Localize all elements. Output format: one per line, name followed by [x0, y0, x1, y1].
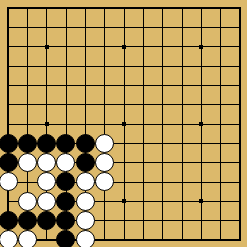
intersection[interactable]: ○: [18, 192, 37, 211]
intersection[interactable]: [153, 211, 172, 230]
intersection[interactable]: [153, 37, 172, 56]
intersection[interactable]: [18, 172, 37, 191]
intersection[interactable]: ●: [56, 192, 75, 211]
intersection[interactable]: [114, 76, 133, 95]
intersection[interactable]: [230, 76, 247, 95]
intersection[interactable]: [76, 0, 95, 18]
intersection[interactable]: [134, 192, 153, 211]
intersection[interactable]: [76, 95, 95, 114]
intersection[interactable]: [37, 56, 56, 75]
intersection[interactable]: [18, 56, 37, 75]
intersection[interactable]: ●: [76, 134, 95, 153]
intersection[interactable]: [56, 18, 75, 37]
intersection[interactable]: ●: [56, 211, 75, 230]
intersection[interactable]: [192, 153, 211, 172]
intersection[interactable]: [56, 76, 75, 95]
intersection[interactable]: [211, 56, 230, 75]
intersection[interactable]: [211, 230, 230, 247]
intersection[interactable]: [37, 0, 56, 18]
intersection[interactable]: [172, 18, 191, 37]
intersection[interactable]: [153, 134, 172, 153]
intersection[interactable]: [211, 172, 230, 191]
intersection[interactable]: [134, 0, 153, 18]
intersection[interactable]: [230, 0, 247, 18]
intersection[interactable]: [134, 230, 153, 247]
white-stone: ○: [37, 153, 56, 172]
intersection[interactable]: [153, 172, 172, 191]
intersection[interactable]: [172, 56, 191, 75]
intersection[interactable]: [211, 0, 230, 18]
black-stone: ●: [56, 211, 75, 230]
white-stone: ○: [76, 211, 95, 230]
intersection[interactable]: [192, 192, 211, 211]
intersection[interactable]: [172, 0, 191, 18]
intersection[interactable]: [114, 192, 133, 211]
intersection[interactable]: [56, 95, 75, 114]
intersection[interactable]: ○: [37, 192, 56, 211]
intersection[interactable]: [37, 114, 56, 133]
intersection[interactable]: [134, 153, 153, 172]
intersection[interactable]: [114, 172, 133, 191]
intersection[interactable]: [230, 56, 247, 75]
intersection[interactable]: [95, 95, 114, 114]
intersection[interactable]: [56, 37, 75, 56]
white-stone: ○: [76, 192, 95, 211]
intersection[interactable]: [153, 0, 172, 18]
intersection[interactable]: [18, 18, 37, 37]
intersection[interactable]: [134, 37, 153, 56]
intersection[interactable]: [95, 114, 114, 133]
intersection[interactable]: [37, 18, 56, 37]
intersection[interactable]: [172, 95, 191, 114]
intersection[interactable]: [172, 211, 191, 230]
intersection[interactable]: ○: [95, 172, 114, 191]
intersection[interactable]: [0, 37, 18, 56]
intersection[interactable]: ○: [76, 230, 95, 247]
intersection[interactable]: [95, 18, 114, 37]
intersection[interactable]: [192, 211, 211, 230]
intersection[interactable]: [76, 114, 95, 133]
intersection[interactable]: ●: [0, 134, 18, 153]
intersection[interactable]: [76, 18, 95, 37]
intersection[interactable]: ○: [76, 172, 95, 191]
intersection[interactable]: [134, 76, 153, 95]
intersection[interactable]: ○: [18, 153, 37, 172]
intersection[interactable]: ●: [56, 230, 75, 247]
white-stone: ○: [18, 192, 37, 211]
intersection[interactable]: ○: [95, 153, 114, 172]
intersection[interactable]: [18, 114, 37, 133]
intersection[interactable]: [230, 153, 247, 172]
white-stone: ○: [18, 230, 37, 247]
intersection[interactable]: [114, 18, 133, 37]
black-stone: ●: [56, 192, 75, 211]
white-stone: ○: [0, 230, 18, 247]
intersection[interactable]: ●: [37, 134, 56, 153]
black-stone: ●: [0, 153, 18, 172]
intersection[interactable]: [192, 134, 211, 153]
intersection[interactable]: [211, 18, 230, 37]
white-stone: ○: [18, 153, 37, 172]
intersection[interactable]: [134, 134, 153, 153]
intersection[interactable]: [153, 18, 172, 37]
intersection[interactable]: [153, 76, 172, 95]
intersection[interactable]: [172, 192, 191, 211]
white-stone: ○: [95, 134, 114, 153]
intersection[interactable]: ○: [95, 134, 114, 153]
intersection[interactable]: [192, 56, 211, 75]
intersection[interactable]: [230, 230, 247, 247]
intersection[interactable]: [211, 114, 230, 133]
intersection[interactable]: [76, 76, 95, 95]
intersection[interactable]: [230, 114, 247, 133]
intersection[interactable]: [95, 56, 114, 75]
intersection[interactable]: [192, 230, 211, 247]
intersection[interactable]: [172, 134, 191, 153]
go-board: ●●●●●○●○○○●○○○●○○○○●○●●●●○○○●○: [0, 0, 247, 247]
intersection[interactable]: [192, 37, 211, 56]
intersection[interactable]: [76, 37, 95, 56]
intersection[interactable]: [95, 192, 114, 211]
intersection[interactable]: [192, 18, 211, 37]
intersection[interactable]: [114, 56, 133, 75]
intersection[interactable]: [95, 0, 114, 18]
intersection[interactable]: [95, 37, 114, 56]
black-stone: ●: [56, 134, 75, 153]
intersection[interactable]: [76, 56, 95, 75]
black-stone: ●: [37, 211, 56, 230]
intersection[interactable]: [0, 192, 18, 211]
intersection[interactable]: [211, 211, 230, 230]
intersection[interactable]: ●: [18, 134, 37, 153]
intersection[interactable]: [95, 230, 114, 247]
intersection[interactable]: ○: [56, 153, 75, 172]
black-stone: ●: [0, 211, 18, 230]
white-stone: ○: [0, 172, 18, 191]
intersection[interactable]: ○: [76, 192, 95, 211]
intersection[interactable]: [56, 56, 75, 75]
intersection[interactable]: [114, 114, 133, 133]
intersection[interactable]: [0, 0, 18, 18]
white-stone: ○: [37, 172, 56, 191]
intersection[interactable]: ○: [0, 230, 18, 247]
white-stone: ○: [37, 192, 56, 211]
intersection[interactable]: ●: [37, 211, 56, 230]
intersection[interactable]: [0, 76, 18, 95]
intersection[interactable]: [95, 211, 114, 230]
intersection[interactable]: [95, 76, 114, 95]
intersection[interactable]: [211, 95, 230, 114]
intersection[interactable]: [0, 114, 18, 133]
intersection[interactable]: [192, 76, 211, 95]
intersection[interactable]: ●: [76, 153, 95, 172]
intersection[interactable]: ●: [56, 172, 75, 191]
black-stone: ●: [0, 134, 18, 153]
intersection[interactable]: [114, 153, 133, 172]
intersection[interactable]: [0, 95, 18, 114]
intersection[interactable]: [230, 192, 247, 211]
intersection[interactable]: ●: [0, 211, 18, 230]
intersection[interactable]: [56, 0, 75, 18]
intersection[interactable]: [153, 153, 172, 172]
intersection[interactable]: [134, 18, 153, 37]
intersection[interactable]: ○: [0, 172, 18, 191]
black-stone: ●: [18, 134, 37, 153]
intersection[interactable]: [153, 114, 172, 133]
intersection[interactable]: [211, 153, 230, 172]
white-stone: ○: [95, 153, 114, 172]
intersection[interactable]: [37, 230, 56, 247]
intersection[interactable]: [192, 0, 211, 18]
board-intersections: ●●●●●○●○○○●○○○●○○○○●○●●●●○○○●○: [0, 0, 247, 247]
white-stone: ○: [56, 153, 75, 172]
black-stone: ●: [18, 211, 37, 230]
intersection[interactable]: ●: [56, 134, 75, 153]
intersection[interactable]: [230, 134, 247, 153]
intersection[interactable]: [114, 0, 133, 18]
white-stone: ○: [76, 230, 95, 247]
intersection[interactable]: ○: [18, 230, 37, 247]
intersection[interactable]: [134, 211, 153, 230]
intersection[interactable]: [18, 95, 37, 114]
black-stone: ●: [56, 230, 75, 247]
intersection[interactable]: [172, 153, 191, 172]
white-stone: ○: [95, 172, 114, 191]
intersection[interactable]: [153, 95, 172, 114]
intersection[interactable]: [211, 76, 230, 95]
intersection[interactable]: [230, 172, 247, 191]
intersection[interactable]: [211, 192, 230, 211]
intersection[interactable]: [56, 114, 75, 133]
intersection[interactable]: [192, 172, 211, 191]
intersection[interactable]: [230, 18, 247, 37]
intersection[interactable]: [134, 114, 153, 133]
intersection[interactable]: [114, 95, 133, 114]
intersection[interactable]: [153, 230, 172, 247]
intersection[interactable]: [172, 37, 191, 56]
intersection[interactable]: [230, 95, 247, 114]
intersection[interactable]: [0, 56, 18, 75]
intersection[interactable]: [134, 56, 153, 75]
intersection[interactable]: [114, 211, 133, 230]
intersection[interactable]: [192, 95, 211, 114]
intersection[interactable]: [114, 37, 133, 56]
intersection[interactable]: [153, 192, 172, 211]
black-stone: ●: [76, 134, 95, 153]
white-stone: ○: [76, 172, 95, 191]
intersection[interactable]: [172, 172, 191, 191]
intersection[interactable]: [172, 230, 191, 247]
intersection[interactable]: ●: [0, 153, 18, 172]
intersection[interactable]: ●: [18, 211, 37, 230]
intersection[interactable]: [18, 76, 37, 95]
intersection[interactable]: [211, 134, 230, 153]
intersection[interactable]: [211, 37, 230, 56]
black-stone: ●: [37, 134, 56, 153]
intersection[interactable]: [18, 0, 37, 18]
intersection[interactable]: ○: [37, 172, 56, 191]
intersection[interactable]: [114, 134, 133, 153]
black-stone: ●: [76, 153, 95, 172]
intersection[interactable]: [0, 18, 18, 37]
intersection[interactable]: [230, 211, 247, 230]
intersection[interactable]: ○: [76, 211, 95, 230]
black-stone: ●: [56, 172, 75, 191]
intersection[interactable]: [114, 230, 133, 247]
intersection[interactable]: [134, 172, 153, 191]
intersection[interactable]: [37, 76, 56, 95]
intersection[interactable]: [134, 95, 153, 114]
intersection[interactable]: [192, 114, 211, 133]
intersection[interactable]: ○: [37, 153, 56, 172]
intersection[interactable]: [37, 95, 56, 114]
intersection[interactable]: [37, 37, 56, 56]
intersection[interactable]: [18, 37, 37, 56]
intersection[interactable]: [153, 56, 172, 75]
intersection[interactable]: [172, 114, 191, 133]
intersection[interactable]: [172, 76, 191, 95]
intersection[interactable]: [230, 37, 247, 56]
